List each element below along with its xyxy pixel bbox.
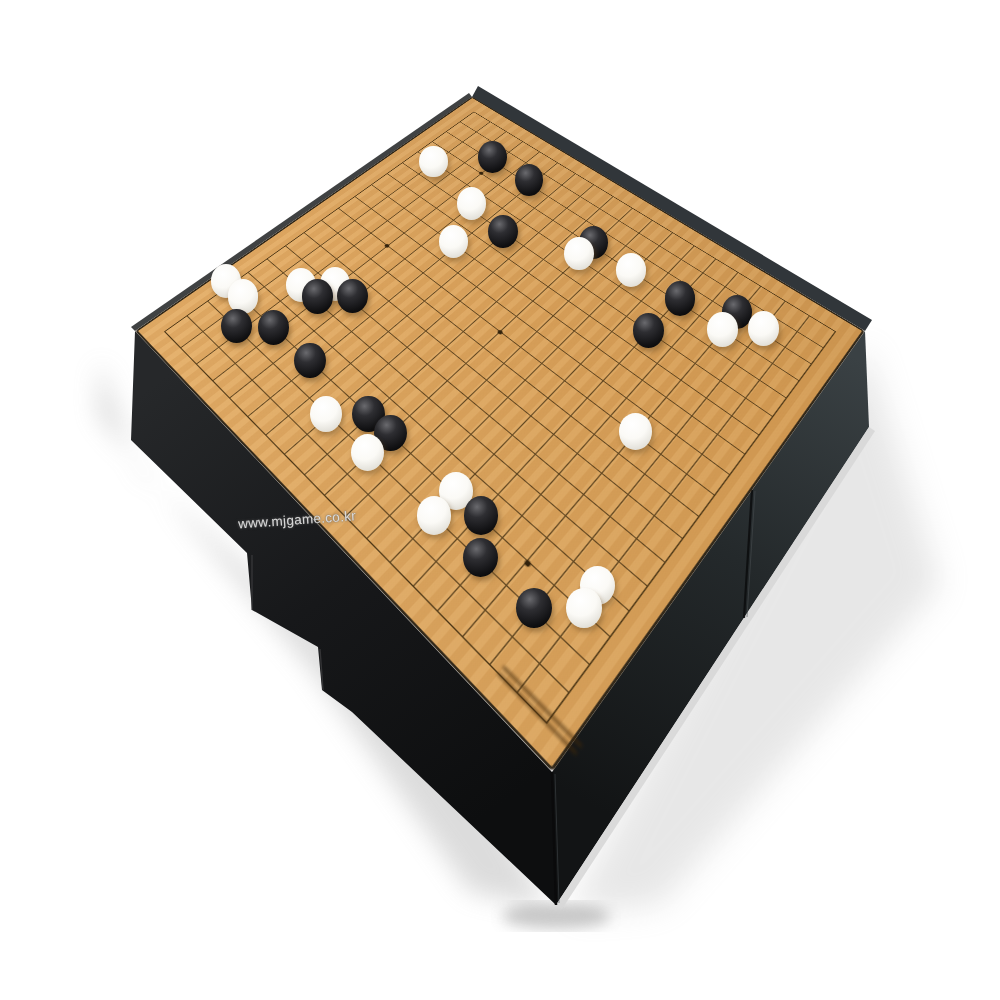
case-back-rim-left bbox=[131, 93, 472, 331]
cast-shadow-right bbox=[570, 345, 940, 912]
case-and-shadows bbox=[0, 0, 1000, 1000]
case-left-face bbox=[131, 331, 556, 905]
go-set-photo: www.mjgame.co.kr bbox=[0, 0, 1000, 1000]
cast-shadow-tip bbox=[502, 903, 610, 929]
case-back-rim bbox=[472, 86, 872, 331]
